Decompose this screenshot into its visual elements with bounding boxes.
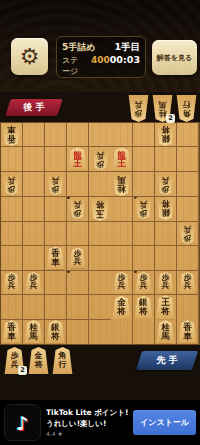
ad-banner[interactable]: ♪ TikTok Lite ポイント!動画! うれしい!楽しい! 4.4 ★ イ… [0,400,200,445]
board-cell[interactable] [1,295,23,319]
shogi-piece[interactable]: 歩兵 [69,247,86,268]
puzzle-info-panel: 5手詰め 1手目 ステージ 400 00:03 [56,36,146,78]
board-cell[interactable]: 歩兵 [177,222,199,246]
piece-character: 将 [161,126,170,135]
gote-label: 後手 [21,101,48,114]
shogi-board[interactable]: 香車銀将龍王歩兵龍王歩兵歩兵桂馬歩兵歩兵玉将歩兵銀将歩兵香車歩兵歩兵歩兵歩兵歩兵… [0,122,200,345]
hand-piece-tile: 歩兵 [128,95,149,122]
shogi-piece[interactable]: 銀将 [156,197,175,220]
board-cell[interactable] [67,320,89,344]
sente-label-ribbon: 先手 [139,351,195,370]
timer: 00:03 [110,54,140,65]
board-cell[interactable] [177,197,199,222]
board-cell[interactable]: 香車 [1,320,23,344]
board-cell[interactable]: 歩兵 [177,271,199,295]
board-cell[interactable]: 香車 [177,320,199,344]
board-cell[interactable]: 歩兵 [67,197,89,222]
hand-piece[interactable]: 金将 [28,347,49,374]
piece-character: 兵 [118,282,126,290]
piece-character: 歩 [162,184,170,192]
shogi-piece[interactable]: 歩兵 [179,272,196,293]
shogi-piece[interactable]: 玉将 [90,197,110,221]
board-cell[interactable] [89,123,111,147]
hand-piece[interactable]: 歩兵 [128,95,149,122]
board-cell[interactable]: 歩兵 [155,172,177,196]
board-cell[interactable] [23,295,45,319]
board-cell[interactable]: 歩兵 [1,172,23,196]
piece-character: 兵 [74,200,82,208]
piece-character: 兵 [52,176,60,184]
piece-character: 将 [96,200,105,209]
piece-character: 香 [7,135,16,144]
piece-character: 将 [139,307,148,316]
piece-character: 歩 [8,184,16,192]
board-cell[interactable]: 桂馬 [155,320,177,344]
ad-rating: 4.4 ★ [46,430,128,437]
board-cell[interactable]: 玉将 [89,197,111,222]
piece-character: 歩 [74,209,82,217]
piece-character: 行 [183,100,191,109]
piece-character: 馬 [161,332,170,341]
board-cell[interactable]: 香車 [1,123,23,147]
gote-label-ribbon: 後手 [8,99,60,116]
board-cell[interactable] [1,222,23,246]
board-cell[interactable] [67,222,89,246]
shogi-piece[interactable]: 香車 [46,246,65,269]
board-cell[interactable]: 龍王 [111,147,133,172]
board-cell[interactable]: 銀将 [45,320,67,344]
board-cell[interactable] [133,172,155,196]
puzzle-type-label: 5手詰め [62,41,95,54]
hand-piece[interactable]: 歩兵2 [4,347,25,374]
piece-character: 将 [161,307,170,316]
shogi-piece[interactable]: 銀将 [156,123,175,146]
hand-piece-tile: 金将 [28,347,49,374]
hand-piece[interactable]: 角行 [52,347,73,374]
shogi-piece[interactable]: 銀将 [134,296,153,319]
board-cell[interactable] [23,222,45,246]
shogi-piece[interactable]: 王将 [156,295,176,319]
board-cell[interactable]: 歩兵 [23,271,45,295]
move-counter: 1手目 [114,41,140,54]
piece-character: 歩 [96,159,104,167]
shogi-piece[interactable]: 歩兵 [135,272,152,293]
app-screen: ⚙ 5手詰め 1手目 ステージ 400 00:03 解答を見る 後手 歩兵桂馬2… [0,0,200,445]
board-cell[interactable] [155,246,177,270]
piece-character: 馬 [117,175,126,184]
board-cell[interactable] [177,295,199,319]
board-cell[interactable]: 香車 [45,246,67,270]
board-cell[interactable] [89,222,111,246]
piece-character: 兵 [135,100,143,109]
board-cell[interactable]: 龍王 [67,147,89,172]
shogi-piece[interactable]: 龍王 [112,147,132,171]
piece-character: 歩 [135,109,143,118]
top-bar: ⚙ 5手詰め 1手目 ステージ 400 00:03 解答を見る [0,0,200,92]
board-cell[interactable] [89,295,111,319]
shogi-piece[interactable]: 歩兵 [25,272,42,293]
board-cell[interactable]: 歩兵 [45,172,67,196]
board-cell[interactable] [111,123,133,147]
board-cell[interactable] [111,246,133,270]
board-cell[interactable]: 歩兵 [89,147,111,172]
board-cell[interactable] [23,246,45,270]
stage-label: ステージ [62,55,86,77]
piece-character: 車 [51,258,60,267]
board-cell[interactable]: 歩兵 [67,246,89,270]
board-cell[interactable] [133,147,155,172]
board-cell[interactable] [111,222,133,246]
board-cell[interactable]: 桂馬 [111,172,133,196]
piece-character: 兵 [162,176,170,184]
gote-hand-tray: 歩兵桂馬2角行 [128,95,197,122]
shogi-piece[interactable]: 歩兵 [3,272,20,293]
board-cell[interactable] [23,123,45,147]
ad-line2: うれしい!楽しい! [46,419,128,429]
piece-character: 将 [161,200,170,209]
piece-character: 歩 [184,234,192,242]
piece-character: 歩 [52,184,60,192]
board-cell[interactable]: 歩兵 [133,271,155,295]
settings-button[interactable]: ⚙ [11,38,48,75]
board-cell[interactable]: 銀将 [155,197,177,222]
sente-hand-tray: 歩兵2金将角行 [4,347,73,374]
ad-line1: TikTok Lite ポイント!動画! [46,408,128,418]
board-cell[interactable] [177,123,199,147]
ad-text: TikTok Lite ポイント!動画! うれしい!楽しい! 4.4 ★ [46,408,128,437]
piece-character: 銀 [161,135,170,144]
board-cell[interactable] [67,172,89,196]
piece-character: 兵 [184,282,192,290]
board-cell[interactable] [177,147,199,172]
board-cell[interactable]: 金将 [111,295,133,319]
shogi-piece[interactable]: 歩兵 [113,272,130,293]
board-cell[interactable] [45,271,67,295]
hand-piece-tile: 角行 [52,347,73,374]
board-cell[interactable] [45,123,67,147]
board-cell[interactable] [155,147,177,172]
board-cell[interactable] [45,222,67,246]
piece-character: 歩 [140,209,148,217]
shogi-piece[interactable]: 香車 [178,320,197,343]
piece-character: 兵 [8,282,16,290]
shogi-piece[interactable]: 歩兵 [157,272,174,293]
board-cell[interactable] [111,320,133,344]
shogi-piece[interactable]: 歩兵 [3,174,20,195]
piece-count-badge: 2 [166,114,175,123]
shogi-piece[interactable]: 歩兵 [157,174,174,195]
hand-piece[interactable]: 桂馬2 [152,95,173,122]
board-cell[interactable]: 王将 [155,295,177,319]
hand-piece-tile: 角行 [176,95,197,122]
board-cell[interactable]: 銀将 [155,123,177,147]
shogi-piece[interactable]: 桂馬 [156,320,175,343]
piece-character: 車 [7,332,16,341]
board-cell[interactable] [133,320,155,344]
shogi-piece[interactable]: 歩兵 [92,149,109,170]
shogi-piece[interactable]: 歩兵 [47,174,64,195]
piece-character: 銀 [161,209,170,218]
piece-character: 車 [183,332,192,341]
piece-character: 車 [7,126,16,135]
shogi-piece[interactable]: 香車 [2,123,21,146]
board-cell[interactable]: 歩兵 [111,271,133,295]
shogi-piece[interactable]: 歩兵 [69,198,86,219]
sente-label: 先手 [154,354,181,367]
board-cell[interactable] [1,197,23,222]
shogi-piece[interactable]: 香車 [2,320,21,343]
shogi-piece[interactable]: 桂馬 [24,320,43,343]
piece-character: 将 [117,307,126,316]
board-cell[interactable] [45,197,67,222]
board-cell[interactable] [45,295,67,319]
piece-character: 将 [35,361,43,370]
board-cell[interactable] [177,172,199,196]
board-cell[interactable] [89,320,111,344]
piece-character: 王 [117,159,126,168]
piece-character: 兵 [184,225,192,233]
piece-character: 玉 [96,209,105,218]
board-cell[interactable] [89,271,111,295]
show-answer-button[interactable]: 解答を見る [152,40,197,75]
board-cell[interactable]: 桂馬 [23,320,45,344]
board-cell[interactable]: 銀将 [133,295,155,319]
board-cell[interactable] [67,271,89,295]
board-cell[interactable] [89,172,111,196]
shogi-piece[interactable]: 龍王 [68,147,88,171]
piece-character: 兵 [30,282,38,290]
install-button[interactable]: インストール [133,410,196,435]
piece-character: 将 [51,332,60,341]
piece-character: 兵 [8,176,16,184]
piece-character: 行 [59,361,67,370]
hand-piece[interactable]: 角行 [176,95,197,122]
board-cell[interactable] [155,222,177,246]
piece-character: 王 [73,159,82,168]
piece-character: 馬 [159,100,167,109]
piece-character: 兵 [74,258,82,266]
shogi-piece[interactable]: 金将 [112,296,131,319]
board-cell[interactable] [89,246,111,270]
gote-area: 後手 歩兵桂馬2角行 [0,92,200,122]
shogi-piece[interactable]: 歩兵 [179,223,196,244]
piece-character: 兵 [140,200,148,208]
board-cell[interactable] [67,123,89,147]
piece-character: 角 [183,109,191,118]
piece-character: 兵 [96,151,104,159]
board-cell[interactable] [133,222,155,246]
piece-character: 馬 [29,332,38,341]
shogi-piece[interactable]: 歩兵 [135,198,152,219]
piece-character: 桂 [117,184,126,193]
stage-number: 400 [88,55,110,65]
board-cell[interactable] [177,246,199,270]
board-cell[interactable] [23,172,45,196]
board-cell[interactable] [111,197,133,222]
board-cell[interactable] [1,246,23,270]
board-cell[interactable] [1,147,23,172]
board-cell[interactable] [133,123,155,147]
piece-character: 兵 [140,282,148,290]
board-cell[interactable] [67,295,89,319]
tiktok-logo-icon: ♪ [4,404,41,441]
board-cell[interactable] [23,197,45,222]
board-cell[interactable]: 歩兵 [155,271,177,295]
gear-icon: ⚙ [20,46,40,68]
board-cell[interactable]: 歩兵 [133,197,155,222]
board-cell[interactable] [23,147,45,172]
board-cell[interactable] [45,147,67,172]
piece-count-badge: 2 [18,366,27,375]
shogi-piece[interactable]: 銀将 [46,320,65,343]
sente-area: 歩兵2金将角行 先手 [0,345,200,400]
board-cell[interactable]: 歩兵 [1,271,23,295]
piece-character: 兵 [162,282,170,290]
board-cell[interactable] [133,246,155,270]
shogi-piece[interactable]: 桂馬 [112,173,131,196]
